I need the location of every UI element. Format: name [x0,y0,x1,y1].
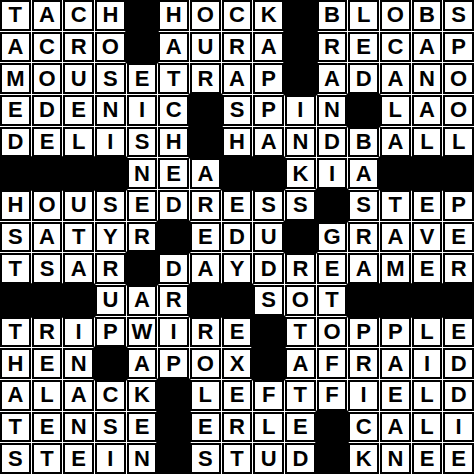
crossword-grid: TACHHOCKBLOBSACROAURARECAPMOUSETRAPADANO… [0,0,474,474]
letter-cell[interactable]: N [127,158,158,189]
letter-cell[interactable]: H [95,0,126,31]
letter-cell[interactable]: L [412,127,443,158]
letter-cell[interactable]: S [348,190,379,221]
black-square [443,285,474,316]
letter-cell[interactable]: H [222,127,253,158]
letter-cell[interactable]: I [443,412,474,443]
letter-cell[interactable]: A [190,158,221,189]
letter-cell[interactable]: E [348,32,379,63]
letter-cell[interactable]: R [127,222,158,253]
letter-cell[interactable]: K [253,0,284,31]
letter-cell[interactable]: D [348,63,379,94]
letter-cell[interactable]: S [127,127,158,158]
letter-cell[interactable]: E [222,380,253,411]
black-square [127,32,158,63]
letter-cell[interactable]: G [317,222,348,253]
letter-cell[interactable]: L [63,127,94,158]
letter-cell[interactable]: S [285,190,316,221]
letter-cell[interactable]: N [285,127,316,158]
letter-cell[interactable]: A [222,63,253,94]
letter-cell[interactable]: S [222,95,253,126]
letter-cell[interactable]: A [348,158,379,189]
letter-cell[interactable]: D [443,348,474,379]
letter-cell[interactable]: O [285,285,316,316]
letter-cell[interactable]: B [412,0,443,31]
letter-cell[interactable]: A [380,222,411,253]
letter-cell[interactable]: N [63,412,94,443]
black-square [348,285,379,316]
letter-cell[interactable]: T [317,285,348,316]
black-square [158,380,189,411]
letter-cell[interactable]: R [222,32,253,63]
letter-cell[interactable]: A [127,285,158,316]
letter-cell[interactable]: S [253,190,284,221]
letter-cell[interactable]: P [443,32,474,63]
letter-cell[interactable]: S [190,443,221,474]
letter-cell[interactable]: A [253,127,284,158]
letter-cell[interactable]: A [63,253,94,284]
black-square [158,443,189,474]
letter-cell[interactable]: A [63,380,94,411]
letter-cell[interactable]: S [0,222,31,253]
letter-cell[interactable]: S [443,0,474,31]
letter-cell[interactable]: Y [95,222,126,253]
letter-cell[interactable]: R [190,190,221,221]
letter-cell[interactable]: H [0,190,31,221]
letter-cell[interactable]: I [95,127,126,158]
letter-cell[interactable]: E [190,412,221,443]
letter-cell[interactable]: O [95,32,126,63]
letter-cell[interactable]: A [317,63,348,94]
letter-cell[interactable]: T [32,443,63,474]
letter-cell[interactable]: R [190,63,221,94]
letter-cell[interactable]: E [443,222,474,253]
black-square [63,158,94,189]
letter-cell[interactable]: U [63,190,94,221]
black-square [190,285,221,316]
letter-cell[interactable]: B [348,127,379,158]
black-square [285,222,316,253]
letter-cell[interactable]: C [348,412,379,443]
letter-cell[interactable]: S [0,443,31,474]
letter-cell[interactable]: O [190,348,221,379]
letter-cell[interactable]: N [127,443,158,474]
letter-cell[interactable]: V [412,222,443,253]
black-square [285,32,316,63]
letter-cell[interactable]: R [63,32,94,63]
letter-cell[interactable]: F [317,348,348,379]
letter-cell[interactable]: C [63,0,94,31]
letter-cell[interactable]: L [412,412,443,443]
black-square [190,95,221,126]
letter-cell[interactable]: E [317,253,348,284]
black-square [285,0,316,31]
letter-cell[interactable]: O [32,190,63,221]
letter-cell[interactable]: E [32,127,63,158]
letter-cell[interactable]: O [443,95,474,126]
letter-cell[interactable]: D [158,253,189,284]
letter-cell[interactable]: L [32,380,63,411]
letter-cell[interactable]: C [158,95,189,126]
letter-cell[interactable]: X [222,348,253,379]
letter-cell[interactable]: C [222,0,253,31]
letter-cell[interactable]: A [380,127,411,158]
letter-cell[interactable]: H [0,348,31,379]
letter-cell[interactable]: I [412,348,443,379]
letter-cell[interactable]: L [412,317,443,348]
letter-cell[interactable]: T [0,253,31,284]
letter-cell[interactable]: I [348,380,379,411]
letter-cell[interactable]: P [95,317,126,348]
letter-cell[interactable]: E [127,412,158,443]
letter-cell[interactable]: B [317,0,348,31]
letter-cell[interactable]: E [190,222,221,253]
letter-cell[interactable]: D [222,222,253,253]
letter-cell[interactable]: P [253,63,284,94]
letter-cell[interactable]: E [222,317,253,348]
letter-cell[interactable]: P [158,348,189,379]
black-square [380,158,411,189]
letter-cell[interactable]: N [380,443,411,474]
letter-cell[interactable]: D [253,253,284,284]
letter-cell[interactable]: D [0,127,31,158]
letter-cell[interactable]: A [127,348,158,379]
letter-cell[interactable]: D [158,190,189,221]
black-square [32,285,63,316]
letter-cell[interactable]: Y [222,253,253,284]
black-square [317,412,348,443]
letter-cell[interactable]: A [285,348,316,379]
letter-cell[interactable]: S [95,63,126,94]
letter-cell[interactable]: D [285,443,316,474]
black-square [127,253,158,284]
letter-cell[interactable]: W [127,317,158,348]
letter-cell[interactable]: A [0,32,31,63]
black-square [63,285,94,316]
letter-cell[interactable]: O [380,0,411,31]
letter-cell[interactable]: R [443,253,474,284]
letter-cell[interactable]: A [412,32,443,63]
black-square [253,158,284,189]
letter-cell[interactable]: A [412,95,443,126]
letter-cell[interactable]: P [443,190,474,221]
letter-cell[interactable]: S [32,253,63,284]
letter-cell[interactable]: I [95,443,126,474]
letter-cell[interactable]: E [412,190,443,221]
letter-cell[interactable]: T [0,0,31,31]
letter-cell[interactable]: O [32,63,63,94]
letter-cell[interactable]: T [222,443,253,474]
letter-cell[interactable]: T [285,317,316,348]
black-square [32,158,63,189]
letter-cell[interactable]: L [443,127,474,158]
letter-cell[interactable]: R [348,222,379,253]
letter-cell[interactable]: S [253,285,284,316]
letter-cell[interactable]: O [190,0,221,31]
letter-cell[interactable]: E [443,443,474,474]
black-square [222,285,253,316]
letter-cell[interactable]: E [222,190,253,221]
letter-cell[interactable]: F [253,380,284,411]
letter-cell[interactable]: L [412,380,443,411]
letter-cell[interactable]: D [443,380,474,411]
letter-cell[interactable]: N [95,95,126,126]
letter-cell[interactable]: F [317,380,348,411]
letter-cell[interactable]: A [190,253,221,284]
letter-cell[interactable]: D [317,127,348,158]
letter-cell[interactable]: R [190,317,221,348]
black-square [412,285,443,316]
letter-cell[interactable]: R [32,317,63,348]
black-square [380,285,411,316]
letter-cell[interactable]: L [380,95,411,126]
letter-cell[interactable]: T [0,317,31,348]
letter-cell[interactable]: E [127,63,158,94]
black-square [0,285,31,316]
letter-cell[interactable]: R [348,348,379,379]
letter-cell[interactable]: A [380,412,411,443]
letter-cell[interactable]: E [32,412,63,443]
letter-cell[interactable]: U [95,285,126,316]
letter-cell[interactable]: A [158,32,189,63]
letter-cell[interactable]: T [63,222,94,253]
letter-cell[interactable]: U [253,222,284,253]
letter-cell[interactable]: A [32,0,63,31]
letter-cell[interactable]: C [32,32,63,63]
black-square [127,0,158,31]
letter-cell[interactable]: E [32,348,63,379]
letter-cell[interactable]: K [348,443,379,474]
letter-cell[interactable]: T [0,412,31,443]
black-square [253,317,284,348]
letter-cell[interactable]: C [95,380,126,411]
letter-cell[interactable]: H [158,127,189,158]
letter-cell[interactable]: T [285,380,316,411]
letter-cell[interactable]: K [127,380,158,411]
black-square [443,158,474,189]
black-square [95,348,126,379]
letter-cell[interactable]: T [158,63,189,94]
letter-cell[interactable]: I [127,95,158,126]
letter-cell[interactable]: E [412,443,443,474]
letter-cell[interactable]: E [63,95,94,126]
letter-cell[interactable]: O [317,317,348,348]
letter-cell[interactable]: I [63,317,94,348]
letter-cell[interactable]: R [285,253,316,284]
letter-cell[interactable]: U [190,32,221,63]
black-square [222,158,253,189]
letter-cell[interactable]: A [380,63,411,94]
black-square [285,63,316,94]
letter-cell[interactable]: U [253,443,284,474]
letter-cell[interactable]: L [253,412,284,443]
letter-cell[interactable]: M [380,253,411,284]
letter-cell[interactable]: M [0,63,31,94]
letter-cell[interactable]: K [285,158,316,189]
letter-cell[interactable]: S [95,190,126,221]
letter-cell[interactable]: E [63,443,94,474]
letter-cell[interactable]: E [127,190,158,221]
letter-cell[interactable]: H [158,0,189,31]
black-square [348,95,379,126]
letter-cell[interactable]: R [158,285,189,316]
letter-cell[interactable]: E [158,158,189,189]
black-square [190,127,221,158]
letter-cell[interactable]: O [443,63,474,94]
letter-cell[interactable]: A [380,348,411,379]
letter-cell[interactable]: U [63,63,94,94]
black-square [95,158,126,189]
black-square [317,443,348,474]
letter-cell[interactable]: R [222,412,253,443]
letter-cell[interactable]: C [380,32,411,63]
letter-cell[interactable]: I [285,95,316,126]
letter-cell[interactable]: D [32,95,63,126]
black-square [158,412,189,443]
letter-cell[interactable]: P [348,317,379,348]
letter-cell[interactable]: E [412,253,443,284]
letter-cell[interactable]: I [317,158,348,189]
letter-cell[interactable]: R [317,32,348,63]
letter-cell[interactable]: E [0,95,31,126]
letter-cell[interactable]: P [380,317,411,348]
letter-cell[interactable]: E [380,380,411,411]
letter-cell[interactable]: T [380,190,411,221]
letter-cell[interactable]: N [317,95,348,126]
letter-cell[interactable]: S [95,412,126,443]
letter-cell[interactable]: R [95,253,126,284]
letter-cell[interactable]: L [348,0,379,31]
letter-cell[interactable]: E [285,412,316,443]
black-square [253,348,284,379]
letter-cell[interactable]: A [32,222,63,253]
black-square [317,190,348,221]
letter-cell[interactable]: N [412,63,443,94]
letter-cell[interactable]: A [0,380,31,411]
black-square [158,222,189,253]
letter-cell[interactable]: E [443,317,474,348]
black-square [412,158,443,189]
letter-cell[interactable]: L [190,380,221,411]
letter-cell[interactable]: A [348,253,379,284]
black-square [0,158,31,189]
letter-cell[interactable]: N [63,348,94,379]
letter-cell[interactable]: I [158,317,189,348]
letter-cell[interactable]: P [253,95,284,126]
letter-cell[interactable]: A [253,32,284,63]
